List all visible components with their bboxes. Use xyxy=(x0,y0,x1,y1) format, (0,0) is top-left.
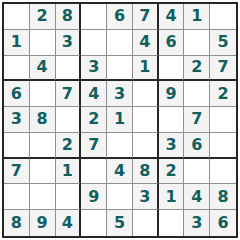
cell-r5c3[interactable] xyxy=(56,107,82,133)
cell-r8c6: 3 xyxy=(133,184,159,210)
cell-r4c1: 6 xyxy=(4,81,30,107)
cell-r6c4: 7 xyxy=(81,133,107,159)
cell-r3c5[interactable] xyxy=(107,56,133,82)
cell-r9c5: 5 xyxy=(107,210,133,236)
cell-r1c5: 6 xyxy=(107,4,133,30)
cell-r4c4: 4 xyxy=(81,81,107,107)
cell-r9c1: 8 xyxy=(4,210,30,236)
cell-r4c8[interactable] xyxy=(184,81,210,107)
cell-r8c8: 4 xyxy=(184,184,210,210)
cell-r7c9[interactable] xyxy=(210,159,236,185)
cell-r9c2: 9 xyxy=(30,210,56,236)
cell-r2c3: 3 xyxy=(56,30,82,56)
cell-r9c4[interactable] xyxy=(81,210,107,236)
cell-r9c9: 6 xyxy=(210,210,236,236)
cell-r7c6: 8 xyxy=(133,159,159,185)
cell-r2c7: 6 xyxy=(159,30,185,56)
cell-r2c9: 5 xyxy=(210,30,236,56)
cell-r2c2[interactable] xyxy=(30,30,56,56)
cell-r5c8: 7 xyxy=(184,107,210,133)
cell-r3c4: 3 xyxy=(81,56,107,82)
cell-r6c1[interactable] xyxy=(4,133,30,159)
cell-r9c3: 4 xyxy=(56,210,82,236)
cell-r5c9[interactable] xyxy=(210,107,236,133)
cell-r8c3[interactable] xyxy=(56,184,82,210)
cell-r4c5: 3 xyxy=(107,81,133,107)
cell-r3c6: 1 xyxy=(133,56,159,82)
cell-r3c3[interactable] xyxy=(56,56,82,82)
cell-r3c9: 7 xyxy=(210,56,236,82)
cell-r7c3: 1 xyxy=(56,159,82,185)
cell-r1c4[interactable] xyxy=(81,4,107,30)
cell-r4c7: 9 xyxy=(159,81,185,107)
cell-r7c1: 7 xyxy=(4,159,30,185)
cell-r6c2[interactable] xyxy=(30,133,56,159)
cell-r2c4[interactable] xyxy=(81,30,107,56)
cell-r7c5: 4 xyxy=(107,159,133,185)
cell-r5c5: 1 xyxy=(107,107,133,133)
sudoku-board: 2867411346543127674392382172736714829314… xyxy=(2,2,238,238)
cell-r1c7: 4 xyxy=(159,4,185,30)
cell-r6c9[interactable] xyxy=(210,133,236,159)
cell-r3c8: 2 xyxy=(184,56,210,82)
cell-r5c1: 3 xyxy=(4,107,30,133)
cell-r5c6[interactable] xyxy=(133,107,159,133)
cell-r9c6[interactable] xyxy=(133,210,159,236)
cell-r3c1[interactable] xyxy=(4,56,30,82)
cell-r1c8: 1 xyxy=(184,4,210,30)
cell-r1c1[interactable] xyxy=(4,4,30,30)
cell-r4c2[interactable] xyxy=(30,81,56,107)
cell-r6c3: 2 xyxy=(56,133,82,159)
cell-r3c7[interactable] xyxy=(159,56,185,82)
cell-r7c7: 2 xyxy=(159,159,185,185)
cell-r3c2: 4 xyxy=(30,56,56,82)
cell-r1c6: 7 xyxy=(133,4,159,30)
cell-r1c9[interactable] xyxy=(210,4,236,30)
cell-r7c4[interactable] xyxy=(81,159,107,185)
cell-r8c2[interactable] xyxy=(30,184,56,210)
cell-r4c3: 7 xyxy=(56,81,82,107)
cell-r8c5[interactable] xyxy=(107,184,133,210)
cell-r6c8: 6 xyxy=(184,133,210,159)
cell-r1c2: 2 xyxy=(30,4,56,30)
cell-r6c7: 3 xyxy=(159,133,185,159)
cell-r6c5[interactable] xyxy=(107,133,133,159)
cell-r9c7[interactable] xyxy=(159,210,185,236)
cell-r7c2[interactable] xyxy=(30,159,56,185)
cell-r2c1: 1 xyxy=(4,30,30,56)
cell-r4c6[interactable] xyxy=(133,81,159,107)
cell-r7c8[interactable] xyxy=(184,159,210,185)
cell-r2c8[interactable] xyxy=(184,30,210,56)
cell-r1c3: 8 xyxy=(56,4,82,30)
cell-r8c4: 9 xyxy=(81,184,107,210)
cell-r8c7: 1 xyxy=(159,184,185,210)
cell-r8c9: 8 xyxy=(210,184,236,210)
cell-r2c6: 4 xyxy=(133,30,159,56)
cell-r5c4: 2 xyxy=(81,107,107,133)
cell-r6c6[interactable] xyxy=(133,133,159,159)
cell-r5c7[interactable] xyxy=(159,107,185,133)
cell-r9c8: 3 xyxy=(184,210,210,236)
cell-r5c2: 8 xyxy=(30,107,56,133)
cell-r8c1[interactable] xyxy=(4,184,30,210)
cell-r2c5[interactable] xyxy=(107,30,133,56)
cell-r4c9: 2 xyxy=(210,81,236,107)
